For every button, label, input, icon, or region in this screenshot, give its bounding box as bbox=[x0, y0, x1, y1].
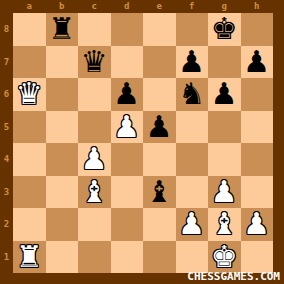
file-label-c: c bbox=[78, 0, 111, 13]
square-g2: ♝ bbox=[208, 208, 241, 241]
square-f2: ♟ bbox=[176, 208, 209, 241]
black-queen-c7: ♛ bbox=[81, 47, 108, 77]
square-e1 bbox=[143, 241, 176, 274]
square-e4 bbox=[143, 143, 176, 176]
site-branding[interactable]: CHESSGAMES.COM bbox=[187, 270, 280, 283]
white-rook-a1: ♜ bbox=[16, 242, 43, 272]
square-a8 bbox=[13, 13, 46, 46]
black-rook-b8: ♜ bbox=[48, 14, 75, 44]
square-c7: ♛ bbox=[78, 46, 111, 79]
square-a5 bbox=[13, 111, 46, 144]
black-pawn-f7: ♟ bbox=[178, 47, 205, 77]
file-label-d: d bbox=[111, 0, 144, 13]
square-h3 bbox=[241, 176, 274, 209]
black-king-g8: ♚ bbox=[211, 14, 238, 44]
square-a7 bbox=[13, 46, 46, 79]
square-d4 bbox=[111, 143, 144, 176]
square-b6 bbox=[46, 78, 79, 111]
square-c2 bbox=[78, 208, 111, 241]
white-pawn-h2: ♟ bbox=[243, 209, 270, 239]
square-d2 bbox=[111, 208, 144, 241]
square-h1 bbox=[241, 241, 274, 274]
square-f5 bbox=[176, 111, 209, 144]
square-a3 bbox=[13, 176, 46, 209]
white-bishop-c3: ♝ bbox=[81, 177, 108, 207]
file-label-e: e bbox=[143, 0, 176, 13]
square-f3 bbox=[176, 176, 209, 209]
square-g6: ♟ bbox=[208, 78, 241, 111]
square-d7 bbox=[111, 46, 144, 79]
square-c6 bbox=[78, 78, 111, 111]
square-a4 bbox=[13, 143, 46, 176]
rank-label-1: 1 bbox=[0, 241, 13, 274]
square-h2: ♟ bbox=[241, 208, 274, 241]
rank-label-8: 8 bbox=[0, 13, 13, 46]
square-f7: ♟ bbox=[176, 46, 209, 79]
square-e7 bbox=[143, 46, 176, 79]
black-pawn-h7: ♟ bbox=[243, 47, 270, 77]
square-d3 bbox=[111, 176, 144, 209]
square-d5: ♟ bbox=[111, 111, 144, 144]
rank-label-3: 3 bbox=[0, 176, 13, 209]
square-g4 bbox=[208, 143, 241, 176]
square-c3: ♝ bbox=[78, 176, 111, 209]
black-pawn-d6: ♟ bbox=[113, 79, 140, 109]
file-label-f: f bbox=[176, 0, 209, 13]
square-f1 bbox=[176, 241, 209, 274]
square-f4 bbox=[176, 143, 209, 176]
square-a1: ♜ bbox=[13, 241, 46, 274]
square-h8 bbox=[241, 13, 274, 46]
square-b4 bbox=[46, 143, 79, 176]
square-b5 bbox=[46, 111, 79, 144]
square-c8 bbox=[78, 13, 111, 46]
square-e3: ♝ bbox=[143, 176, 176, 209]
file-label-h: h bbox=[241, 0, 274, 13]
square-h4 bbox=[241, 143, 274, 176]
chess-diagram: abcdefgh 87654321 ♜♚♛♟♟♛♟♞♟♟♟♟♝♝♟♟♝♟♜♚ C… bbox=[0, 0, 284, 284]
square-g5 bbox=[208, 111, 241, 144]
square-d6: ♟ bbox=[111, 78, 144, 111]
black-pawn-e5: ♟ bbox=[146, 112, 173, 142]
chess-board: ♜♚♛♟♟♛♟♞♟♟♟♟♝♝♟♟♝♟♜♚ bbox=[13, 13, 273, 273]
file-label-a: a bbox=[13, 0, 46, 13]
white-king-g1: ♚ bbox=[211, 242, 238, 272]
square-b3 bbox=[46, 176, 79, 209]
black-bishop-e3: ♝ bbox=[146, 177, 173, 207]
rank-label-4: 4 bbox=[0, 143, 13, 176]
square-d1 bbox=[111, 241, 144, 274]
black-knight-f6: ♞ bbox=[178, 79, 205, 109]
white-queen-a6: ♛ bbox=[16, 79, 43, 109]
rank-labels: 87654321 bbox=[0, 13, 13, 273]
square-e8 bbox=[143, 13, 176, 46]
square-b8: ♜ bbox=[46, 13, 79, 46]
square-h5 bbox=[241, 111, 274, 144]
square-c4: ♟ bbox=[78, 143, 111, 176]
square-b2 bbox=[46, 208, 79, 241]
white-pawn-d5: ♟ bbox=[113, 112, 140, 142]
square-h6 bbox=[241, 78, 274, 111]
rank-label-5: 5 bbox=[0, 111, 13, 144]
square-e6 bbox=[143, 78, 176, 111]
square-g8: ♚ bbox=[208, 13, 241, 46]
square-d8 bbox=[111, 13, 144, 46]
white-pawn-c4: ♟ bbox=[81, 144, 108, 174]
square-g3: ♟ bbox=[208, 176, 241, 209]
white-pawn-f2: ♟ bbox=[178, 209, 205, 239]
square-a2 bbox=[13, 208, 46, 241]
square-f6: ♞ bbox=[176, 78, 209, 111]
square-a6: ♛ bbox=[13, 78, 46, 111]
square-g7 bbox=[208, 46, 241, 79]
square-e2 bbox=[143, 208, 176, 241]
rank-label-6: 6 bbox=[0, 78, 13, 111]
square-c5 bbox=[78, 111, 111, 144]
white-bishop-g2: ♝ bbox=[211, 209, 238, 239]
square-g1: ♚ bbox=[208, 241, 241, 274]
white-pawn-g3: ♟ bbox=[211, 177, 238, 207]
square-f8 bbox=[176, 13, 209, 46]
black-pawn-g6: ♟ bbox=[211, 79, 238, 109]
rank-label-2: 2 bbox=[0, 208, 13, 241]
square-b1 bbox=[46, 241, 79, 274]
square-e5: ♟ bbox=[143, 111, 176, 144]
square-c1 bbox=[78, 241, 111, 274]
square-b7 bbox=[46, 46, 79, 79]
rank-label-7: 7 bbox=[0, 46, 13, 79]
square-h7: ♟ bbox=[241, 46, 274, 79]
